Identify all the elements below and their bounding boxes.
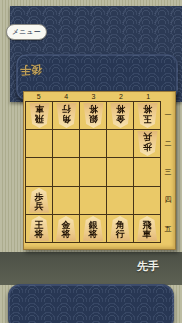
piece-kanji: 兵 <box>35 202 44 212</box>
shogi-piece[interactable]: 王将 <box>29 216 50 241</box>
rank-label: 二 <box>161 139 175 149</box>
board-square[interactable] <box>53 130 79 157</box>
board-square[interactable]: 銀将 <box>80 102 106 129</box>
board-square[interactable]: 角行 <box>53 102 79 129</box>
shogi-piece[interactable]: 歩兵 <box>29 188 50 213</box>
file-label: 4 <box>52 92 79 101</box>
rank-label: 一 <box>161 110 175 120</box>
board-square[interactable] <box>134 187 160 214</box>
shogi-board: 54321 飛車角行銀将金将玉将歩兵歩兵王将金将銀将角行飛車 一二三四五 <box>23 91 176 250</box>
board-square[interactable] <box>80 187 106 214</box>
piece-kanji: 歩 <box>143 142 152 152</box>
piece-kanji: 銀 <box>89 114 98 124</box>
piece-kanji: 飛 <box>35 114 44 124</box>
piece-kanji: 兵 <box>143 132 152 142</box>
board-square[interactable]: 角行 <box>107 215 133 242</box>
piece-kanji: 行 <box>62 104 71 114</box>
board-square[interactable]: 歩兵 <box>26 187 52 214</box>
shogi-piece[interactable]: 角行 <box>110 216 131 241</box>
piece-kanji: 玉 <box>143 114 152 124</box>
board-square[interactable] <box>53 187 79 214</box>
board-square[interactable] <box>107 187 133 214</box>
piece-kanji: 金 <box>116 114 125 124</box>
sente-piece-stand-cushion <box>8 284 174 323</box>
piece-kanji: 将 <box>89 230 98 240</box>
shogi-piece[interactable]: 銀将 <box>83 216 104 241</box>
shogi-piece[interactable]: 歩兵 <box>137 131 158 156</box>
shogi-piece[interactable]: 金将 <box>56 216 77 241</box>
board-square[interactable]: 歩兵 <box>134 130 160 157</box>
piece-kanji: 将 <box>62 230 71 240</box>
shogi-piece[interactable]: 飛車 <box>29 103 50 128</box>
rank-label: 三 <box>161 167 175 177</box>
rank-label: 五 <box>161 224 175 234</box>
board-square[interactable]: 飛車 <box>26 102 52 129</box>
piece-kanji: 車 <box>143 230 152 240</box>
shogi-piece[interactable]: 銀将 <box>83 103 104 128</box>
board-grid: 飛車角行銀将金将玉将歩兵歩兵王将金将銀将角行飛車 <box>25 101 161 243</box>
app-screen: メニュー 後手 54321 飛車角行銀将金将玉将歩兵歩兵王将金将銀将角行飛車 一… <box>0 0 182 323</box>
board-square[interactable] <box>80 158 106 185</box>
board-square[interactable] <box>134 158 160 185</box>
file-label: 5 <box>25 92 52 101</box>
shogi-piece[interactable]: 玉将 <box>137 103 158 128</box>
piece-kanji: 将 <box>35 230 44 240</box>
board-middle: 飛車角行銀将金将玉将歩兵歩兵王将金将銀将角行飛車 一二三四五 <box>24 101 175 249</box>
sente-player-label: 先手 <box>137 259 159 274</box>
file-label: 2 <box>107 92 134 101</box>
board-square[interactable] <box>26 130 52 157</box>
shogi-piece[interactable]: 金将 <box>110 103 131 128</box>
file-label: 1 <box>135 92 162 101</box>
board-square[interactable] <box>107 130 133 157</box>
board-square[interactable]: 銀将 <box>80 215 106 242</box>
board-square[interactable]: 飛車 <box>134 215 160 242</box>
board-square[interactable] <box>53 158 79 185</box>
rank-labels: 一二三四五 <box>161 101 175 243</box>
board-square[interactable] <box>107 158 133 185</box>
file-label: 3 <box>80 92 107 101</box>
gote-player-label: 後手 <box>20 62 42 77</box>
piece-kanji: 将 <box>143 104 152 114</box>
shogi-piece[interactable]: 飛車 <box>137 216 158 241</box>
board-square[interactable] <box>26 158 52 185</box>
piece-kanji: 角 <box>62 114 71 124</box>
piece-kanji: 将 <box>89 104 98 114</box>
file-labels: 54321 <box>25 92 162 101</box>
board-square[interactable]: 金将 <box>53 215 79 242</box>
menu-button[interactable]: メニュー <box>6 24 47 40</box>
piece-kanji: 将 <box>116 104 125 114</box>
board-square[interactable]: 金将 <box>107 102 133 129</box>
rank-label: 四 <box>161 195 175 205</box>
piece-kanji: 車 <box>35 104 44 114</box>
board-square[interactable]: 玉将 <box>134 102 160 129</box>
board-square[interactable] <box>80 130 106 157</box>
piece-kanji: 行 <box>116 230 125 240</box>
shogi-piece[interactable]: 角行 <box>56 103 77 128</box>
board-square[interactable]: 王将 <box>26 215 52 242</box>
